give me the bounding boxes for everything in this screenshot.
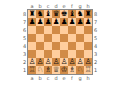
- square-h8[interactable]: ♜: [84, 10, 92, 18]
- black-queen-piece: ♛: [53, 10, 60, 18]
- square-e1[interactable]: ♔: [60, 66, 68, 74]
- file-label-top-d: d: [52, 2, 60, 10]
- square-e8[interactable]: ♚: [60, 10, 68, 18]
- square-a5[interactable]: [28, 34, 36, 42]
- white-rook-piece: ♖: [29, 66, 36, 74]
- rank-label-left-3: 3: [21, 50, 28, 58]
- white-pawn-piece: ♙: [29, 58, 36, 66]
- black-bishop-piece: ♝: [69, 10, 76, 18]
- white-rook-piece: ♖: [85, 66, 92, 74]
- rank-label-left-6: 6: [21, 26, 28, 34]
- square-f5[interactable]: [68, 34, 76, 42]
- square-e3[interactable]: [60, 50, 68, 58]
- square-d6[interactable]: [52, 26, 60, 34]
- square-c8[interactable]: ♝: [44, 10, 52, 18]
- file-label-bottom-g: g: [76, 74, 84, 82]
- white-knight-piece: ♘: [77, 66, 84, 74]
- rank-label-left-5: 5: [21, 34, 28, 42]
- file-label-top-b: b: [36, 2, 44, 10]
- chess-diagram: ♜♞♝♛♚♝♞♜♟♟♟♟♟♟♟♟♙♙♙♙♙♙♙♙♖♘♗♕♔♗♘♖ aabbccd…: [21, 2, 99, 82]
- black-pawn-piece: ♟: [69, 18, 76, 26]
- file-label-top-e: e: [60, 2, 68, 10]
- black-king-piece: ♚: [61, 10, 68, 18]
- file-label-bottom-h: h: [84, 74, 92, 82]
- white-pawn-piece: ♙: [77, 58, 84, 66]
- white-pawn-piece: ♙: [85, 58, 92, 66]
- square-e4[interactable]: [60, 42, 68, 50]
- square-c6[interactable]: [44, 26, 52, 34]
- square-c4[interactable]: [44, 42, 52, 50]
- white-pawn-piece: ♙: [69, 58, 76, 66]
- chess-diagram-screen: ♜♞♝♛♚♝♞♜♟♟♟♟♟♟♟♟♙♙♙♙♙♙♙♙♖♘♗♕♔♗♘♖ aabbccd…: [0, 0, 120, 90]
- file-label-top-g: g: [76, 2, 84, 10]
- rank-label-right-2: 2: [92, 58, 99, 66]
- black-bishop-piece: ♝: [45, 10, 52, 18]
- white-pawn-piece: ♙: [37, 58, 44, 66]
- square-e7[interactable]: ♟: [60, 18, 68, 26]
- file-label-bottom-d: d: [52, 74, 60, 82]
- square-f8[interactable]: ♝: [68, 10, 76, 18]
- black-pawn-piece: ♟: [85, 18, 92, 26]
- square-d3[interactable]: [52, 50, 60, 58]
- square-a7[interactable]: ♟: [28, 18, 36, 26]
- square-g5[interactable]: [76, 34, 84, 42]
- rank-label-right-1: 1: [92, 66, 99, 74]
- square-a3[interactable]: [28, 50, 36, 58]
- square-b6[interactable]: [36, 26, 44, 34]
- square-b2[interactable]: ♙: [36, 58, 44, 66]
- file-label-bottom-e: e: [60, 74, 68, 82]
- square-g6[interactable]: [76, 26, 84, 34]
- square-e5[interactable]: [60, 34, 68, 42]
- square-h3[interactable]: [84, 50, 92, 58]
- file-label-bottom-c: c: [44, 74, 52, 82]
- rank-label-right-4: 4: [92, 42, 99, 50]
- square-h4[interactable]: [84, 42, 92, 50]
- square-d5[interactable]: [52, 34, 60, 42]
- square-a6[interactable]: [28, 26, 36, 34]
- white-pawn-piece: ♙: [61, 58, 68, 66]
- file-label-top-a: a: [28, 2, 36, 10]
- square-f4[interactable]: [68, 42, 76, 50]
- square-e2[interactable]: ♙: [60, 58, 68, 66]
- square-c5[interactable]: [44, 34, 52, 42]
- rank-label-right-7: 7: [92, 18, 99, 26]
- square-a4[interactable]: [28, 42, 36, 50]
- black-pawn-piece: ♟: [77, 18, 84, 26]
- white-pawn-piece: ♙: [53, 58, 60, 66]
- file-label-bottom-a: a: [28, 74, 36, 82]
- white-knight-piece: ♘: [37, 66, 44, 74]
- square-c1[interactable]: ♗: [44, 66, 52, 74]
- square-f2[interactable]: ♙: [68, 58, 76, 66]
- square-g8[interactable]: ♞: [76, 10, 84, 18]
- square-b3[interactable]: [36, 50, 44, 58]
- square-g4[interactable]: [76, 42, 84, 50]
- black-knight-piece: ♞: [37, 10, 44, 18]
- square-b5[interactable]: [36, 34, 44, 42]
- square-b4[interactable]: [36, 42, 44, 50]
- file-label-top-f: f: [68, 2, 76, 10]
- white-king-piece: ♔: [61, 66, 68, 74]
- square-h1[interactable]: ♖: [84, 66, 92, 74]
- square-h2[interactable]: ♙: [84, 58, 92, 66]
- square-b8[interactable]: ♞: [36, 10, 44, 18]
- square-d1[interactable]: ♕: [52, 66, 60, 74]
- white-pawn-piece: ♙: [45, 58, 52, 66]
- black-pawn-piece: ♟: [53, 18, 60, 26]
- rank-label-left-1: 1: [21, 66, 28, 74]
- square-d7[interactable]: ♟: [52, 18, 60, 26]
- square-g7[interactable]: ♟: [76, 18, 84, 26]
- square-b1[interactable]: ♘: [36, 66, 44, 74]
- rank-label-right-3: 3: [92, 50, 99, 58]
- square-f7[interactable]: ♟: [68, 18, 76, 26]
- black-rook-piece: ♜: [85, 10, 92, 18]
- black-pawn-piece: ♟: [37, 18, 44, 26]
- rank-label-right-6: 6: [92, 26, 99, 34]
- rank-label-left-7: 7: [21, 18, 28, 26]
- square-b7[interactable]: ♟: [36, 18, 44, 26]
- square-h7[interactable]: ♟: [84, 18, 92, 26]
- square-e6[interactable]: [60, 26, 68, 34]
- black-pawn-piece: ♟: [45, 18, 52, 26]
- chess-board: ♜♞♝♛♚♝♞♜♟♟♟♟♟♟♟♟♙♙♙♙♙♙♙♙♖♘♗♕♔♗♘♖: [27, 9, 93, 75]
- rank-label-right-8: 8: [92, 10, 99, 18]
- black-knight-piece: ♞: [77, 10, 84, 18]
- rank-label-right-5: 5: [92, 34, 99, 42]
- black-pawn-piece: ♟: [61, 18, 68, 26]
- white-queen-piece: ♕: [53, 66, 60, 74]
- square-f3[interactable]: [68, 50, 76, 58]
- rank-label-left-8: 8: [21, 10, 28, 18]
- square-h6[interactable]: [84, 26, 92, 34]
- square-f6[interactable]: [68, 26, 76, 34]
- file-label-bottom-b: b: [36, 74, 44, 82]
- square-a1[interactable]: ♖: [28, 66, 36, 74]
- black-rook-piece: ♜: [29, 10, 36, 18]
- square-g3[interactable]: [76, 50, 84, 58]
- square-a8[interactable]: ♜: [28, 10, 36, 18]
- square-g2[interactable]: ♙: [76, 58, 84, 66]
- square-d2[interactable]: ♙: [52, 58, 60, 66]
- square-g1[interactable]: ♘: [76, 66, 84, 74]
- white-bishop-piece: ♗: [69, 66, 76, 74]
- file-label-top-h: h: [84, 2, 92, 10]
- square-c3[interactable]: [44, 50, 52, 58]
- white-bishop-piece: ♗: [45, 66, 52, 74]
- square-d4[interactable]: [52, 42, 60, 50]
- square-a2[interactable]: ♙: [28, 58, 36, 66]
- rank-label-left-2: 2: [21, 58, 28, 66]
- square-c2[interactable]: ♙: [44, 58, 52, 66]
- black-pawn-piece: ♟: [29, 18, 36, 26]
- square-h5[interactable]: [84, 34, 92, 42]
- rank-label-left-4: 4: [21, 42, 28, 50]
- square-f1[interactable]: ♗: [68, 66, 76, 74]
- square-d8[interactable]: ♛: [52, 10, 60, 18]
- square-c7[interactable]: ♟: [44, 18, 52, 26]
- file-label-top-c: c: [44, 2, 52, 10]
- file-label-bottom-f: f: [68, 74, 76, 82]
